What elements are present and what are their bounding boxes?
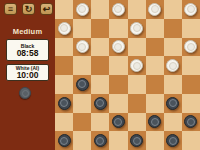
- board-square[interactable]: [146, 75, 164, 94]
- menu-button[interactable]: ≡: [4, 3, 17, 15]
- undo-icon: ↩: [43, 4, 51, 14]
- board-square: [128, 75, 146, 94]
- white-checker[interactable]: [184, 40, 197, 53]
- black-checker[interactable]: [76, 78, 89, 91]
- board-square: [182, 94, 200, 113]
- white-checker[interactable]: [58, 22, 71, 35]
- black-checker[interactable]: [112, 115, 125, 128]
- board-square: [182, 56, 200, 75]
- white-checker[interactable]: [76, 3, 89, 16]
- white-checker[interactable]: [130, 22, 143, 35]
- board-square[interactable]: [164, 131, 182, 150]
- board-square[interactable]: [182, 75, 200, 94]
- board-square[interactable]: [55, 56, 73, 75]
- board-square: [146, 19, 164, 38]
- checkers-board: [55, 0, 200, 150]
- board-square: [128, 113, 146, 132]
- white-clock-time: 10:00: [17, 71, 39, 80]
- board-square[interactable]: [109, 75, 127, 94]
- board-square: [55, 113, 73, 132]
- board-square[interactable]: [182, 38, 200, 57]
- board-square: [109, 131, 127, 150]
- black-checker[interactable]: [166, 134, 179, 147]
- white-checker[interactable]: [76, 40, 89, 53]
- black-checker[interactable]: [184, 115, 197, 128]
- board-square: [91, 38, 109, 57]
- board-square: [73, 131, 91, 150]
- black-checker[interactable]: [94, 97, 107, 110]
- black-checker[interactable]: [130, 134, 143, 147]
- board-square[interactable]: [128, 19, 146, 38]
- board-square: [109, 56, 127, 75]
- board-square: [146, 94, 164, 113]
- restart-icon: ↻: [25, 4, 33, 14]
- board-square[interactable]: [91, 131, 109, 150]
- sidebar: ≡ ↻ ↩ Medium Black 08:58 White (AI) 10:0…: [0, 0, 55, 150]
- black-clock: Black 08:58: [6, 39, 49, 61]
- white-checker[interactable]: [112, 3, 125, 16]
- board-square: [109, 94, 127, 113]
- board-square[interactable]: [55, 94, 73, 113]
- board-square: [164, 0, 182, 19]
- board-square: [109, 19, 127, 38]
- white-checker[interactable]: [166, 59, 179, 72]
- difficulty-label: Medium: [0, 27, 55, 36]
- black-checker[interactable]: [58, 97, 71, 110]
- board-square[interactable]: [128, 131, 146, 150]
- board-square[interactable]: [91, 94, 109, 113]
- white-checker[interactable]: [184, 3, 197, 16]
- board-square[interactable]: [91, 19, 109, 38]
- board-square: [91, 0, 109, 19]
- black-checker[interactable]: [166, 97, 179, 110]
- black-clock-time: 08:58: [17, 49, 39, 58]
- board-square: [182, 19, 200, 38]
- board-square[interactable]: [73, 113, 91, 132]
- board-square[interactable]: [73, 75, 91, 94]
- undo-button[interactable]: ↩: [40, 3, 53, 15]
- board-square[interactable]: [91, 56, 109, 75]
- board-square: [164, 38, 182, 57]
- captured-black-piece: [19, 87, 31, 99]
- board-square[interactable]: [128, 56, 146, 75]
- board-square: [55, 38, 73, 57]
- board-square[interactable]: [73, 38, 91, 57]
- board-square: [146, 56, 164, 75]
- board-square: [73, 56, 91, 75]
- board-square[interactable]: [55, 131, 73, 150]
- board-square: [128, 38, 146, 57]
- board-square: [146, 131, 164, 150]
- board-square[interactable]: [164, 19, 182, 38]
- white-checker[interactable]: [130, 59, 143, 72]
- board-square: [73, 19, 91, 38]
- black-checker[interactable]: [58, 134, 71, 147]
- board-square: [91, 113, 109, 132]
- board-square[interactable]: [182, 113, 200, 132]
- board-square: [164, 75, 182, 94]
- black-checker[interactable]: [94, 134, 107, 147]
- board-square: [91, 75, 109, 94]
- board-square[interactable]: [55, 19, 73, 38]
- white-checker[interactable]: [148, 3, 161, 16]
- board-square: [55, 75, 73, 94]
- board-square: [164, 113, 182, 132]
- restart-button[interactable]: ↻: [22, 3, 35, 15]
- board-square[interactable]: [164, 56, 182, 75]
- black-checker[interactable]: [148, 115, 161, 128]
- board-square: [55, 0, 73, 19]
- board-square: [73, 94, 91, 113]
- board-square[interactable]: [128, 94, 146, 113]
- board-square[interactable]: [164, 94, 182, 113]
- board-square[interactable]: [146, 0, 164, 19]
- board-square[interactable]: [146, 113, 164, 132]
- checkers-app: ≡ ↻ ↩ Medium Black 08:58 White (AI) 10:0…: [0, 0, 200, 150]
- board-square[interactable]: [109, 38, 127, 57]
- board-square[interactable]: [146, 38, 164, 57]
- toolbar: ≡ ↻ ↩: [4, 3, 53, 15]
- board-square[interactable]: [182, 0, 200, 19]
- board-square[interactable]: [109, 0, 127, 19]
- board-square[interactable]: [109, 113, 127, 132]
- white-clock: White (AI) 10:00: [6, 64, 49, 81]
- board-square[interactable]: [73, 0, 91, 19]
- board-square: [182, 131, 200, 150]
- hamburger-menu-icon: ≡: [8, 4, 13, 14]
- white-checker[interactable]: [112, 40, 125, 53]
- board-square: [128, 0, 146, 19]
